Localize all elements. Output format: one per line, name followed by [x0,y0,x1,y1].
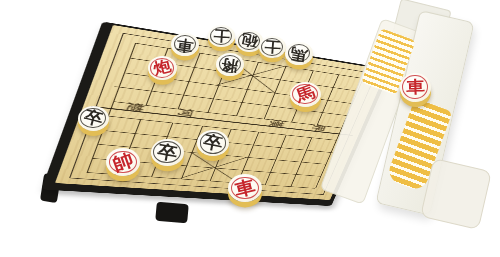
piece-black-soldier[interactable]: 卒 [151,139,184,166]
piece-character: 馬 [287,78,324,109]
piece-black-soldier[interactable]: 卒 [78,106,109,131]
piece-disc: 帥 [106,148,140,176]
piece-red-general[interactable]: 帥 [106,148,140,176]
product-photo-scene: 楚河漢界 士砲車士馬將炮車馬卒卒卒帥車 [0,0,500,257]
piece-red-chariot-tray[interactable]: 車 [400,73,431,102]
piece-black-advisor[interactable]: 士 [208,25,235,47]
tray-bottom-cap [420,158,492,230]
piece-disc: 車 [171,33,199,56]
piece-disc: 馬 [285,42,313,65]
piece-disc: 將 [216,53,244,76]
board-foot [155,202,189,224]
piece-character: 車 [226,172,265,204]
piece-disc: 卒 [197,130,229,156]
piece-disc: 馬 [290,82,321,107]
piece-black-advisor[interactable]: 士 [259,36,286,58]
piece-disc: 炮 [148,56,177,80]
piece-black-chariot[interactable]: 車 [171,33,199,56]
piece-red-cannon[interactable]: 炮 [148,56,177,80]
piece-red-horse[interactable]: 馬 [290,82,321,107]
piece-disc: 士 [208,25,235,47]
piece-black-soldier[interactable]: 卒 [197,130,229,156]
piece-character: 卒 [75,104,110,133]
piece-black-general[interactable]: 將 [216,53,244,76]
piece-disc: 士 [259,36,286,58]
piece-character: 士 [207,25,235,46]
piece-disc: 車 [400,73,431,102]
piece-black-horse[interactable]: 馬 [285,42,313,65]
piece-character: 卒 [195,128,231,157]
piece-character: 車 [170,32,201,56]
piece-character: 車 [399,74,431,101]
piece-character: 馬 [283,41,314,66]
piece-character: 卒 [149,137,186,166]
piece-character: 將 [215,52,246,76]
piece-disc: 車 [228,174,262,202]
piece-character: 炮 [145,54,178,82]
piece-disc: 卒 [151,139,184,166]
piece-disc: 卒 [78,106,109,131]
piece-red-chariot[interactable]: 車 [228,174,262,202]
piece-character: 帥 [103,145,143,180]
piece-character: 士 [258,36,286,57]
piece-storage-tray [368,2,500,242]
